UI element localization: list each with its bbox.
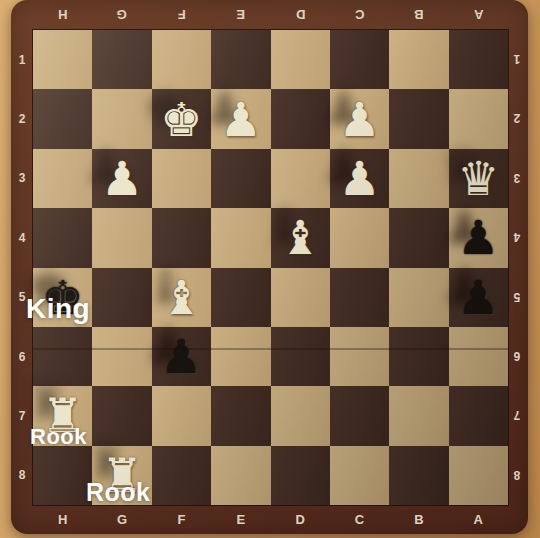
- square-g5: [92, 268, 151, 327]
- square-c1: [330, 30, 389, 89]
- square-c8: [330, 446, 389, 505]
- board-seam: [33, 348, 508, 350]
- square-f3: [152, 149, 211, 208]
- file-labels-top: HGFEDCBA: [33, 2, 508, 28]
- square-e8: [211, 446, 270, 505]
- square-f1: [152, 30, 211, 89]
- coordinate-label: G: [92, 506, 151, 532]
- white-pawn: ♟: [338, 96, 380, 143]
- square-e2: ♟: [211, 89, 270, 148]
- square-g2: [92, 89, 151, 148]
- square-c4: [330, 208, 389, 267]
- white-bishop: ♝: [160, 274, 202, 321]
- coordinate-label: 5: [507, 268, 527, 327]
- coordinate-label: 8: [507, 446, 527, 505]
- square-g4: [92, 208, 151, 267]
- square-a2: [449, 89, 508, 148]
- square-a1: [449, 30, 508, 89]
- white-pawn: ♟: [338, 155, 380, 202]
- square-h6: [33, 327, 92, 386]
- square-a8: [449, 446, 508, 505]
- coordinate-label: 2: [507, 89, 527, 148]
- square-b3: [389, 149, 448, 208]
- coordinate-label: 2: [12, 89, 32, 148]
- square-e5: [211, 268, 270, 327]
- square-e6: [211, 327, 270, 386]
- square-f7: [152, 386, 211, 445]
- rank-labels-left: 12345678: [12, 30, 32, 505]
- square-d8: [271, 446, 330, 505]
- coordinate-label: C: [330, 506, 389, 532]
- square-e3: [211, 149, 270, 208]
- white-bishop: ♝: [279, 214, 321, 261]
- square-d7: [271, 386, 330, 445]
- square-e1: [211, 30, 270, 89]
- white-queen: ♛: [457, 155, 499, 202]
- coordinate-label: D: [271, 2, 330, 28]
- square-f4: [152, 208, 211, 267]
- coordinate-label: 8: [12, 446, 32, 505]
- square-d6: [271, 327, 330, 386]
- coordinate-label: A: [449, 2, 508, 28]
- square-e7: [211, 386, 270, 445]
- square-b5: [389, 268, 448, 327]
- coordinate-label: 6: [507, 327, 527, 386]
- coordinate-label: F: [152, 506, 211, 532]
- coordinate-label: 6: [12, 327, 32, 386]
- chessboard-photo: HGFEDCBA HGFEDCBA 12345678 12345678 ♚♟♟♟…: [0, 0, 540, 538]
- square-b4: [389, 208, 448, 267]
- square-h8: [33, 446, 92, 505]
- square-b2: [389, 89, 448, 148]
- square-a7: [449, 386, 508, 445]
- coordinate-label: H: [33, 506, 92, 532]
- coordinate-label: 1: [507, 30, 527, 89]
- square-h4: [33, 208, 92, 267]
- square-d4: ♝: [271, 208, 330, 267]
- black-pawn: ♟: [457, 214, 499, 261]
- square-h3: [33, 149, 92, 208]
- square-e4: [211, 208, 270, 267]
- white-pawn: ♟: [220, 96, 262, 143]
- square-c5: [330, 268, 389, 327]
- square-c2: ♟: [330, 89, 389, 148]
- white-king: ♚: [160, 96, 202, 143]
- coordinate-label: B: [389, 2, 448, 28]
- square-h2: [33, 89, 92, 148]
- square-c6: [330, 327, 389, 386]
- black-pawn: ♟: [160, 333, 202, 380]
- square-g3: ♟: [92, 149, 151, 208]
- annotation-rook-g8-label: Rook: [86, 478, 151, 507]
- square-a4: ♟: [449, 208, 508, 267]
- coordinate-label: F: [152, 2, 211, 28]
- square-b1: [389, 30, 448, 89]
- coordinate-label: 1: [12, 30, 32, 89]
- square-f5: ♝: [152, 268, 211, 327]
- square-a5: ♟: [449, 268, 508, 327]
- file-labels-bottom: HGFEDCBA: [33, 506, 508, 532]
- annotation-king-label: King: [26, 293, 90, 325]
- square-d5: [271, 268, 330, 327]
- square-c7: [330, 386, 389, 445]
- coordinate-label: 3: [12, 149, 32, 208]
- white-pawn: ♟: [101, 155, 143, 202]
- square-a6: [449, 327, 508, 386]
- board-grid: ♚♟♟♟♟♛♝♟♚♝♟♟♜♜: [33, 30, 508, 505]
- square-d1: [271, 30, 330, 89]
- square-a3: ♛: [449, 149, 508, 208]
- rank-labels-right: 12345678: [507, 30, 527, 505]
- coordinate-label: 4: [507, 208, 527, 267]
- square-h1: [33, 30, 92, 89]
- annotation-rook-h7-label: Rook: [30, 424, 87, 450]
- square-b7: [389, 386, 448, 445]
- square-d2: [271, 89, 330, 148]
- coordinate-label: 4: [12, 208, 32, 267]
- square-g6: [92, 327, 151, 386]
- coordinate-label: E: [211, 2, 270, 28]
- square-f8: [152, 446, 211, 505]
- square-g7: [92, 386, 151, 445]
- square-f2: ♚: [152, 89, 211, 148]
- coordinate-label: B: [389, 506, 448, 532]
- square-b8: [389, 446, 448, 505]
- coordinate-label: A: [449, 506, 508, 532]
- square-b6: [389, 327, 448, 386]
- black-pawn: ♟: [457, 274, 499, 321]
- square-c3: ♟: [330, 149, 389, 208]
- coordinate-label: 7: [12, 386, 32, 445]
- coordinate-label: C: [330, 2, 389, 28]
- coordinate-label: 3: [507, 149, 527, 208]
- board-frame: HGFEDCBA HGFEDCBA 12345678 12345678 ♚♟♟♟…: [11, 0, 528, 534]
- coordinate-label: D: [271, 506, 330, 532]
- square-f6: ♟: [152, 327, 211, 386]
- square-d3: [271, 149, 330, 208]
- coordinate-label: G: [92, 2, 151, 28]
- coordinate-label: H: [33, 2, 92, 28]
- square-g1: [92, 30, 151, 89]
- coordinate-label: 7: [507, 386, 527, 445]
- coordinate-label: E: [211, 506, 270, 532]
